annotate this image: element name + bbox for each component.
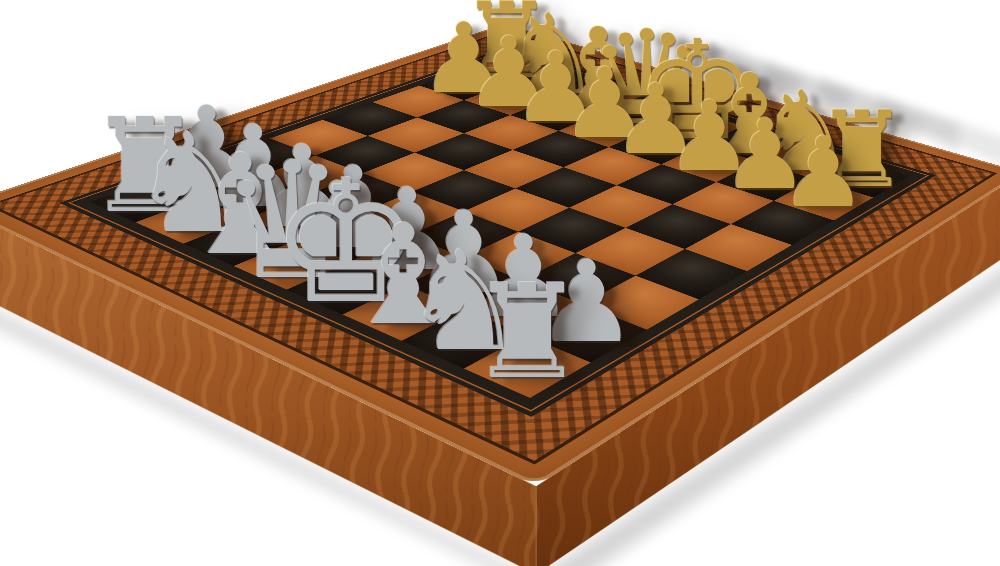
chess-set-product-photo: ♜♞♟♝♟♛♟♚♟♝♟♞♟♜♟♟♟♟♜♟♞♟♝♟♛♟♚♟♝♟♞♜ bbox=[0, 0, 1000, 566]
